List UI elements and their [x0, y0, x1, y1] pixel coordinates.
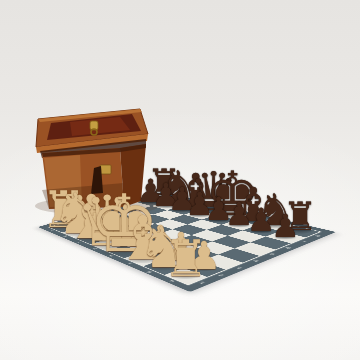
chess-set-product-photo: aa88bb77cc66dd55ee44ff33gg22hh11 ♜♞♝♛♚♝♞… — [0, 0, 360, 360]
box-latch-plate — [100, 165, 111, 174]
wooden-storage-box — [0, 0, 360, 360]
box-body-right-side — [120, 144, 146, 207]
